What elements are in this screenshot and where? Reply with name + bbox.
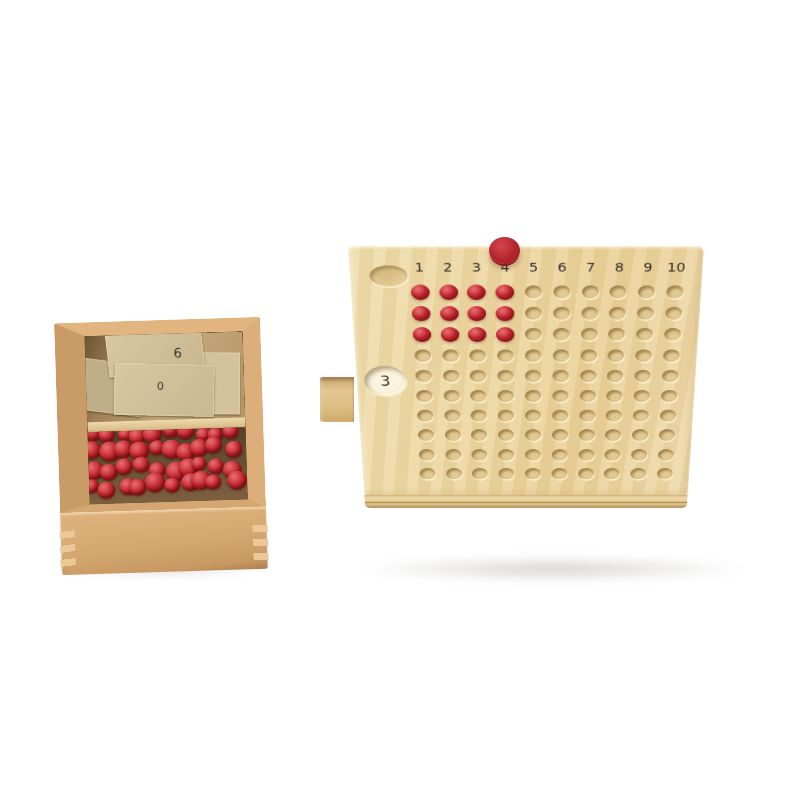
cell-r3-c3[interactable]: [463, 324, 491, 345]
peg-hole: [446, 468, 462, 479]
peg-hole: [525, 328, 541, 340]
bead-box: 6 0: [54, 317, 268, 575]
cell-r2-c2[interactable]: [435, 303, 464, 324]
peg-hole: [606, 410, 622, 422]
cell-r5-c3[interactable]: [464, 366, 492, 386]
peg-hole: [442, 349, 459, 361]
multiplicand-value: 3: [380, 373, 391, 389]
peg-hole: [634, 390, 651, 402]
peg-hole: [661, 390, 678, 402]
column-label-8: 8: [605, 259, 634, 275]
peg-hole: [579, 430, 595, 442]
peg-hole: [637, 307, 654, 320]
column-label-9: 9: [633, 259, 662, 275]
cell-r6-c7[interactable]: [574, 386, 602, 406]
peg-hole: [553, 349, 569, 361]
peg-hole: [581, 328, 598, 340]
column-label-6: 6: [548, 259, 577, 275]
peg-hole: [414, 349, 431, 361]
peg-hole: [499, 468, 515, 479]
peg-hole: [631, 449, 647, 460]
peg-hole: [635, 349, 652, 361]
column-label-7: 7: [576, 259, 605, 275]
card-digit: 0: [157, 379, 164, 392]
peg-hole: [499, 449, 515, 460]
cell-r5-c10[interactable]: [656, 366, 685, 386]
peg-hole: [471, 430, 487, 442]
cell-r7-c2[interactable]: [438, 406, 466, 426]
cell-r10-c9[interactable]: [625, 464, 652, 483]
card-slot-tab[interactable]: [320, 377, 354, 422]
cell-r1-c4[interactable]: [491, 281, 519, 303]
cell-r5-c1[interactable]: [409, 366, 437, 386]
peg-hole: [525, 370, 541, 382]
peg-hole: [472, 468, 488, 479]
cell-r2-c4[interactable]: [491, 303, 519, 324]
peg-hole: [659, 430, 675, 442]
cell-r4-c4[interactable]: [492, 345, 520, 366]
peg-hole: [553, 328, 570, 340]
peg-hole: [666, 286, 683, 299]
cell-r2-c6[interactable]: [547, 303, 575, 324]
cell-r1-c8[interactable]: [604, 281, 633, 303]
column-label-3: 3: [462, 259, 491, 275]
multiplier-marker-disc[interactable]: [489, 237, 520, 264]
peg-hole: [578, 468, 594, 479]
peg-hole: [445, 449, 461, 460]
cell-r7-c3[interactable]: [465, 406, 492, 426]
red-bead: [496, 284, 515, 299]
cell-r9-c6[interactable]: [546, 445, 573, 464]
cell-r3-c4[interactable]: [491, 324, 519, 345]
cell-r7-c8[interactable]: [600, 406, 628, 426]
cell-r2-c10[interactable]: [659, 303, 688, 324]
box-bead: [129, 479, 147, 496]
box-bead: [145, 472, 166, 492]
finger-joint-left: [60, 530, 76, 572]
cell-r8-c6[interactable]: [546, 426, 573, 445]
cell-r5-c8[interactable]: [601, 366, 629, 386]
cell-r7-c4[interactable]: [492, 406, 519, 426]
peg-hole: [525, 349, 541, 361]
cell-r8-c4[interactable]: [493, 426, 520, 445]
peg-hole: [417, 410, 433, 422]
cell-r4-c2[interactable]: [436, 345, 464, 366]
cell-r7-c9[interactable]: [627, 406, 655, 426]
peg-hole: [498, 370, 514, 382]
peg-hole: [632, 430, 648, 442]
box-bead: [225, 441, 243, 458]
card-compartment[interactable]: 6 0: [85, 331, 246, 422]
cell-r1-c6[interactable]: [548, 281, 577, 303]
peg-hole: [662, 370, 679, 382]
peg-hole: [605, 430, 621, 442]
cell-r8-c9[interactable]: [626, 426, 654, 445]
peg-hole: [525, 468, 541, 479]
cell-r3-c6[interactable]: [547, 324, 575, 345]
peg-hole: [553, 307, 570, 320]
peg-hole: [525, 286, 542, 299]
bead-tray[interactable]: [88, 427, 248, 504]
cell-r4-c8[interactable]: [602, 345, 630, 366]
cell-r2-c3[interactable]: [463, 303, 491, 324]
box-bead: [227, 470, 248, 490]
red-bead: [468, 306, 487, 321]
board-ground-shadow: [356, 556, 752, 582]
cell-r6-c4[interactable]: [492, 386, 519, 406]
cell-r8-c7[interactable]: [573, 426, 600, 445]
peg-hole: [525, 390, 541, 402]
peg-hole: [579, 390, 595, 402]
red-bead: [496, 327, 514, 342]
cell-r3-c2[interactable]: [435, 324, 463, 345]
peg-hole: [445, 430, 461, 442]
cell-r1-c9[interactable]: [632, 281, 661, 303]
red-bead: [411, 284, 430, 299]
peg-hole: [581, 307, 598, 320]
cell-r3-c7[interactable]: [575, 324, 603, 345]
peg-hole: [630, 468, 646, 479]
cell-r2-c8[interactable]: [603, 303, 632, 324]
cell-r6-c6[interactable]: [547, 386, 574, 406]
box-front-face: [60, 507, 268, 575]
column-label-2: 2: [433, 259, 462, 275]
peg-hole: [525, 449, 541, 460]
box-bead: [191, 456, 207, 471]
peg-hole: [552, 449, 568, 460]
cell-r5-c4[interactable]: [492, 366, 520, 386]
multiplication-board: 3 12345678910: [348, 246, 704, 508]
peg-hole: [498, 410, 514, 422]
cell-r5-c7[interactable]: [574, 366, 602, 386]
box-bead: [97, 481, 115, 498]
peg-hole: [419, 449, 435, 460]
cell-r4-c7[interactable]: [575, 345, 603, 366]
peg-hole: [498, 430, 514, 442]
peg-hole: [418, 430, 434, 442]
cell-r3-c9[interactable]: [630, 324, 659, 345]
cell-r2-c7[interactable]: [575, 303, 604, 324]
card-digit: 6: [173, 345, 182, 361]
multiplicand-window[interactable]: 3: [364, 366, 407, 396]
peg-hole: [660, 410, 677, 422]
peg-hole: [472, 449, 488, 460]
cell-r6-c2[interactable]: [438, 386, 466, 406]
red-bead: [440, 306, 459, 321]
red-bead: [412, 327, 431, 342]
box-bead: [164, 477, 180, 493]
peg-hole: [443, 390, 459, 402]
cell-r2-c5[interactable]: [519, 303, 547, 324]
cell-r7-c1[interactable]: [411, 406, 439, 426]
peg-hole: [552, 430, 568, 442]
cell-r10-c2[interactable]: [440, 464, 467, 483]
peg-hole: [470, 370, 486, 382]
cell-r9-c5[interactable]: [520, 445, 547, 464]
cell-r5-c2[interactable]: [437, 366, 465, 386]
peg-hole: [444, 410, 460, 422]
board-side-edge: [364, 495, 687, 508]
peg-grid: [406, 281, 690, 483]
peg-hole: [552, 370, 568, 382]
peg-hole: [471, 390, 487, 402]
cell-r8-c8[interactable]: [600, 426, 627, 445]
cell-r10-c3[interactable]: [467, 464, 494, 483]
cell-r2-c9[interactable]: [631, 303, 660, 324]
cell-r9-c4[interactable]: [493, 445, 520, 464]
finger-joint-right: [253, 525, 269, 566]
cell-r9-c8[interactable]: [599, 445, 626, 464]
box-bead: [222, 427, 239, 438]
cell-r5-c5[interactable]: [519, 366, 547, 386]
box-bead: [208, 459, 225, 475]
red-bead: [468, 327, 487, 342]
cell-r5-c6[interactable]: [547, 366, 575, 386]
cell-r6-c5[interactable]: [520, 386, 547, 406]
peg-hole: [552, 390, 568, 402]
cell-r6-c10[interactable]: [655, 386, 683, 406]
peg-hole: [419, 468, 435, 479]
box-bead: [204, 436, 222, 453]
cell-r9-c9[interactable]: [626, 445, 653, 464]
cell-r1-c5[interactable]: [519, 281, 547, 303]
red-bead: [467, 284, 486, 299]
peg-hole: [635, 370, 652, 382]
cell-r10-c4[interactable]: [493, 464, 520, 483]
cell-r8-c5[interactable]: [520, 426, 547, 445]
peg-hole: [580, 370, 596, 382]
cell-r10-c10[interactable]: [651, 464, 678, 483]
peg-hole: [638, 286, 655, 299]
cell-r7-c10[interactable]: [654, 406, 682, 426]
cell-r9-c2[interactable]: [440, 445, 467, 464]
peg-hole: [525, 410, 541, 422]
cell-r5-c9[interactable]: [629, 366, 657, 386]
cell-r9-c10[interactable]: [652, 445, 680, 464]
cell-r4-c6[interactable]: [547, 345, 575, 366]
peg-hole: [471, 410, 487, 422]
cell-r4-c3[interactable]: [464, 345, 492, 366]
peg-hole: [607, 390, 623, 402]
cell-r6-c8[interactable]: [601, 386, 629, 406]
cell-r10-c1[interactable]: [414, 464, 441, 483]
box-bead: [176, 427, 195, 439]
peg-hole: [633, 410, 649, 422]
cell-r6-c9[interactable]: [628, 386, 656, 406]
peg-hole: [609, 307, 626, 320]
peg-hole: [415, 370, 432, 382]
cell-r6-c1[interactable]: [410, 386, 438, 406]
peg-hole: [525, 307, 542, 320]
cell-r8-c3[interactable]: [466, 426, 493, 445]
board-surface: 3 12345678910: [348, 246, 704, 495]
cell-r3-c8[interactable]: [603, 324, 632, 345]
marker-disc-recess[interactable]: [369, 265, 408, 286]
column-label-1: 1: [405, 259, 434, 275]
peg-hole: [608, 328, 625, 340]
peg-hole: [498, 390, 514, 402]
box-bead: [115, 458, 133, 475]
red-bead: [440, 327, 459, 342]
number-card-partial[interactable]: 0: [114, 363, 215, 417]
cell-r3-c1[interactable]: [408, 324, 437, 345]
cell-r9-c1[interactable]: [413, 445, 440, 464]
cell-r10-c7[interactable]: [572, 464, 599, 483]
peg-hole: [553, 286, 570, 299]
peg-hole: [580, 349, 597, 361]
column-labels: 12345678910: [405, 259, 692, 275]
box-bead: [205, 474, 221, 489]
cell-r3-c5[interactable]: [519, 324, 547, 345]
cell-r7-c7[interactable]: [573, 406, 600, 426]
cell-r10-c6[interactable]: [546, 464, 573, 483]
cell-r1-c2[interactable]: [434, 281, 463, 303]
cell-r6-c3[interactable]: [465, 386, 493, 406]
column-label-10: 10: [662, 259, 691, 275]
cell-r2-c1[interactable]: [407, 303, 436, 324]
peg-hole: [663, 349, 680, 361]
cell-r1-c10[interactable]: [660, 281, 690, 303]
peg-hole: [552, 410, 568, 422]
cell-r4-c5[interactable]: [519, 345, 547, 366]
cell-r4-c10[interactable]: [657, 345, 686, 366]
peg-hole: [416, 390, 433, 402]
peg-hole: [636, 328, 653, 340]
peg-hole: [658, 449, 674, 460]
peg-hole: [582, 286, 599, 299]
cell-r4-c9[interactable]: [630, 345, 659, 366]
peg-hole: [497, 349, 513, 361]
peg-hole: [443, 370, 460, 382]
cell-r10-c8[interactable]: [599, 464, 626, 483]
cell-r8-c2[interactable]: [439, 426, 466, 445]
cell-r8-c1[interactable]: [412, 426, 440, 445]
peg-hole: [610, 286, 627, 299]
cell-r1-c1[interactable]: [406, 281, 435, 303]
peg-hole: [604, 468, 620, 479]
product-photo: 3 12345678910 6 0: [0, 0, 800, 800]
cell-r9-c7[interactable]: [573, 445, 600, 464]
peg-hole: [665, 307, 682, 320]
box-bead: [133, 456, 150, 472]
box-interior: 6 0: [85, 331, 248, 504]
peg-hole: [525, 430, 541, 442]
peg-hole: [605, 449, 621, 460]
red-bead: [439, 284, 458, 299]
peg-hole: [470, 349, 487, 361]
peg-hole: [664, 328, 681, 340]
column-label-5: 5: [519, 259, 548, 275]
cell-r10-c5[interactable]: [520, 464, 546, 483]
cell-r7-c6[interactable]: [547, 406, 574, 426]
cell-r1-c7[interactable]: [576, 281, 605, 303]
peg-hole: [608, 349, 625, 361]
peg-hole: [607, 370, 624, 382]
peg-hole: [579, 410, 595, 422]
cell-r8-c10[interactable]: [653, 426, 681, 445]
peg-hole: [578, 449, 594, 460]
cell-r1-c3[interactable]: [462, 281, 491, 303]
peg-hole: [551, 468, 567, 479]
cell-r4-c1[interactable]: [408, 345, 436, 366]
red-bead: [411, 306, 430, 321]
peg-hole: [657, 468, 673, 479]
red-bead: [496, 306, 515, 321]
cell-r9-c3[interactable]: [466, 445, 493, 464]
cell-r7-c5[interactable]: [520, 406, 547, 426]
cell-r3-c10[interactable]: [658, 324, 687, 345]
